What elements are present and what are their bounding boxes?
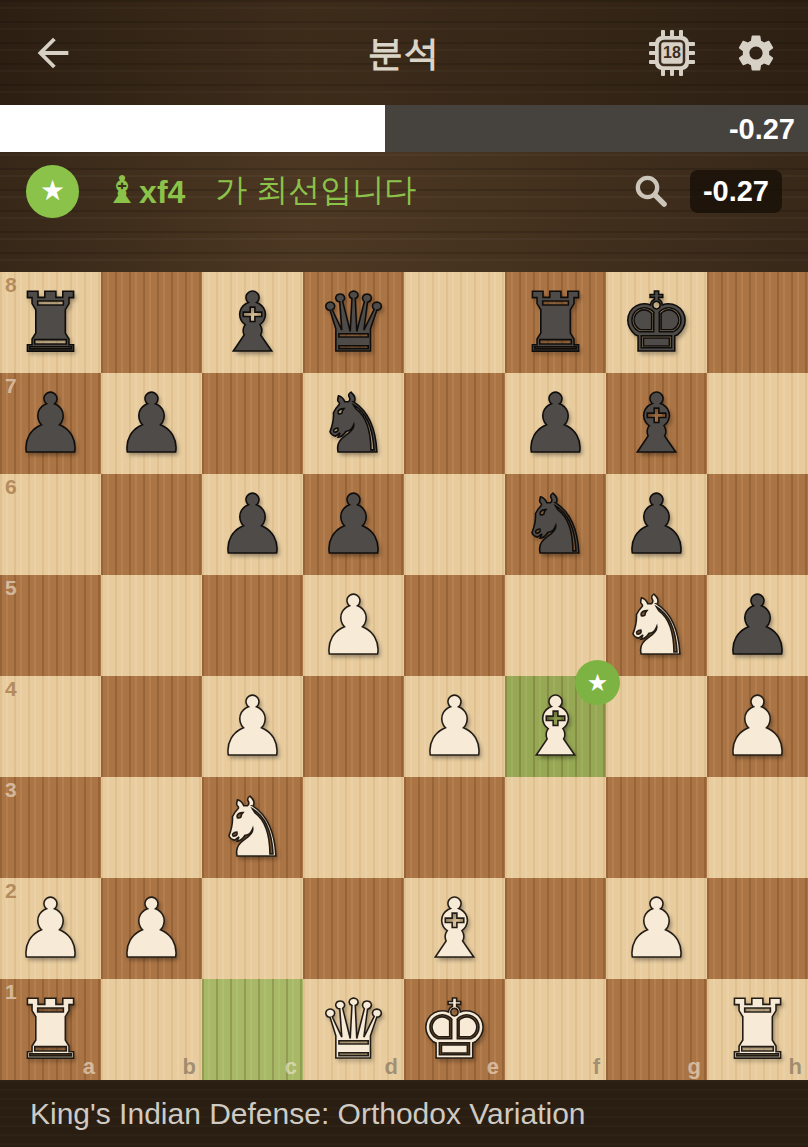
black-pawn: ♟ (505, 373, 606, 474)
best-move-row: ★ ♝ xf4 가 최선입니다 -0.27 (0, 152, 808, 230)
square-c2[interactable] (202, 878, 303, 979)
engine-depth-button[interactable]: 18 (646, 27, 698, 79)
evaluation-bar: -0.27 (0, 105, 808, 152)
file-label-e: e (487, 1054, 499, 1080)
file-label-a: a (83, 1054, 95, 1080)
square-c1[interactable]: c (202, 979, 303, 1080)
best-move-square-star: ★ (575, 660, 620, 705)
square-b6[interactable] (101, 474, 202, 575)
square-d2[interactable] (303, 878, 404, 979)
square-a4[interactable]: 4 (0, 676, 101, 777)
square-d5[interactable]: ♟ (303, 575, 404, 676)
search-button[interactable] (630, 170, 670, 213)
square-h8[interactable] (707, 272, 808, 373)
square-f3[interactable] (505, 777, 606, 878)
rank-label-8: 8 (5, 273, 17, 297)
black-bishop: ♝ (606, 373, 707, 474)
square-g2[interactable]: ♟ (606, 878, 707, 979)
square-f2[interactable] (505, 878, 606, 979)
square-b4[interactable] (101, 676, 202, 777)
black-pawn: ♟ (101, 373, 202, 474)
white-pawn: ♟ (202, 676, 303, 777)
rank-label-2: 2 (5, 879, 17, 903)
black-bishop: ♝ (202, 272, 303, 373)
file-label-c: c (285, 1054, 297, 1080)
bishop-icon: ♝ (105, 171, 139, 209)
rank-label-7: 7 (5, 374, 17, 398)
square-d7[interactable]: ♞ (303, 373, 404, 474)
white-pawn: ♟ (303, 575, 404, 676)
square-g7[interactable]: ♝ (606, 373, 707, 474)
black-pawn: ♟ (606, 474, 707, 575)
white-pawn: ♟ (707, 676, 808, 777)
topbar-actions: 18 (646, 27, 778, 79)
square-c8[interactable]: ♝ (202, 272, 303, 373)
black-pawn: ♟ (707, 575, 808, 676)
square-b7[interactable]: ♟ (101, 373, 202, 474)
square-d6[interactable]: ♟ (303, 474, 404, 575)
square-d1[interactable]: ♛d (303, 979, 404, 1080)
square-e5[interactable] (404, 575, 505, 676)
black-pawn: ♟ (202, 474, 303, 575)
white-bishop: ♝ (404, 878, 505, 979)
back-arrow-icon (30, 30, 76, 76)
bottom-bar: King's Indian Defense: Orthodox Variatio… (0, 1080, 808, 1147)
square-b2[interactable]: ♟ (101, 878, 202, 979)
square-e3[interactable] (404, 777, 505, 878)
black-knight: ♞ (505, 474, 606, 575)
square-h4[interactable]: ♟ (707, 676, 808, 777)
rank-label-6: 6 (5, 475, 17, 499)
square-e2[interactable]: ♝ (404, 878, 505, 979)
black-knight: ♞ (303, 373, 404, 474)
square-g3[interactable] (606, 777, 707, 878)
square-c3[interactable]: ♞ (202, 777, 303, 878)
evaluation-bar-white (0, 105, 385, 152)
best-move-text: xf4 (139, 174, 185, 211)
opening-name: King's Indian Defense: Orthodox Variatio… (30, 1097, 586, 1131)
square-f7[interactable]: ♟ (505, 373, 606, 474)
square-h5[interactable]: ♟ (707, 575, 808, 676)
star-icon: ★ (587, 671, 609, 695)
square-e1[interactable]: ♚e (404, 979, 505, 1080)
square-h3[interactable] (707, 777, 808, 878)
gear-icon (734, 31, 778, 75)
square-b8[interactable] (101, 272, 202, 373)
best-move[interactable]: ♝ xf4 (105, 171, 185, 211)
square-g4[interactable] (606, 676, 707, 777)
rank-label-4: 4 (5, 677, 17, 701)
settings-button[interactable] (734, 31, 778, 75)
square-a1[interactable]: ♜1a (0, 979, 101, 1080)
black-king: ♚ (606, 272, 707, 373)
square-e4[interactable]: ♟ (404, 676, 505, 777)
top-bar: 분석 (0, 0, 808, 105)
square-a5[interactable]: 5 (0, 575, 101, 676)
file-label-h: h (789, 1054, 802, 1080)
white-pawn: ♟ (606, 878, 707, 979)
square-g6[interactable]: ♟ (606, 474, 707, 575)
square-e8[interactable] (404, 272, 505, 373)
file-label-f: f (593, 1054, 600, 1080)
engine-depth-value: 18 (663, 44, 681, 62)
page-title: 분석 (368, 29, 440, 76)
square-d3[interactable] (303, 777, 404, 878)
square-e7[interactable] (404, 373, 505, 474)
square-b5[interactable] (101, 575, 202, 676)
rank-label-3: 3 (5, 778, 17, 802)
square-f4[interactable]: ♝★ (505, 676, 606, 777)
square-h6[interactable] (707, 474, 808, 575)
square-h2[interactable] (707, 878, 808, 979)
suggestion-right: -0.27 (630, 170, 782, 213)
file-label-b: b (183, 1054, 196, 1080)
best-move-message: 가 최선입니다 (215, 169, 416, 213)
square-h1[interactable]: ♜h (707, 979, 808, 1080)
square-f6[interactable]: ♞ (505, 474, 606, 575)
white-pawn: ♟ (101, 878, 202, 979)
wood-gap (0, 230, 808, 272)
square-h7[interactable] (707, 373, 808, 474)
analysis-screen: 분석 (0, 0, 808, 1147)
best-move-star-badge: ★ (26, 165, 79, 218)
square-c4[interactable]: ♟ (202, 676, 303, 777)
white-pawn: ♟ (404, 676, 505, 777)
square-f1[interactable]: f (505, 979, 606, 1080)
rank-label-1: 1 (5, 980, 17, 1004)
square-g8[interactable]: ♚ (606, 272, 707, 373)
square-a7[interactable]: ♟7 (0, 373, 101, 474)
square-b1[interactable]: b (101, 979, 202, 1080)
black-rook: ♜ (505, 272, 606, 373)
black-queen: ♛ (303, 272, 404, 373)
square-b3[interactable] (101, 777, 202, 878)
white-knight: ♞ (606, 575, 707, 676)
square-a2[interactable]: ♟2 (0, 878, 101, 979)
square-a8[interactable]: ♜8 (0, 272, 101, 373)
white-knight: ♞ (202, 777, 303, 878)
search-icon (630, 170, 670, 213)
square-g1[interactable]: g (606, 979, 707, 1080)
file-label-g: g (688, 1054, 701, 1080)
square-g5[interactable]: ♞ (606, 575, 707, 676)
square-d4[interactable] (303, 676, 404, 777)
evaluation-score: -0.27 (729, 112, 795, 145)
black-pawn: ♟ (303, 474, 404, 575)
file-label-d: d (385, 1054, 398, 1080)
suggestion-score-badge: -0.27 (690, 170, 782, 213)
square-a3[interactable]: 3 (0, 777, 101, 878)
square-c6[interactable]: ♟ (202, 474, 303, 575)
square-d8[interactable]: ♛ (303, 272, 404, 373)
square-c5[interactable] (202, 575, 303, 676)
square-a6[interactable]: 6 (0, 474, 101, 575)
square-c7[interactable] (202, 373, 303, 474)
star-icon: ★ (40, 177, 65, 205)
rank-label-5: 5 (5, 576, 17, 600)
square-f8[interactable]: ♜ (505, 272, 606, 373)
chess-board: ♜8♝♛♜♚♟7♟♞♟♝6♟♟♞♟5♟♞♟4♟♟♝★♟3♞♟2♟♝♟♜1abc♛… (0, 272, 808, 1080)
square-e6[interactable] (404, 474, 505, 575)
back-button[interactable] (30, 30, 76, 76)
